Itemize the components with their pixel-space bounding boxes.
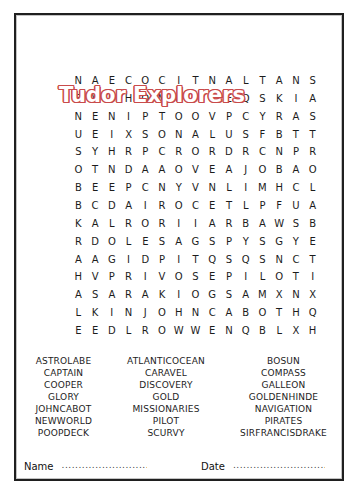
grid-cell-r11c9: Q <box>204 251 221 269</box>
grid-cell-r10c3: O <box>103 233 120 251</box>
grid-cell-r6c14: A <box>288 161 305 179</box>
word-item-johncabot: JOHNCABOT <box>16 403 111 415</box>
grid-cell-r8c9: E <box>204 197 221 215</box>
grid-cell-r9c7: I <box>170 215 187 233</box>
grid-cell-r8c10: T <box>221 197 238 215</box>
grid-cell-r3c8: O <box>187 108 204 126</box>
grid-cell-r4c6: O <box>154 126 171 144</box>
grid-cell-r1c15: S <box>304 72 321 90</box>
grid-cell-r11c3: G <box>103 251 120 269</box>
grid-cell-r11c10: S <box>221 251 238 269</box>
grid-cell-r5c14: P <box>288 143 305 161</box>
grid-cell-r14c10: A <box>221 304 238 322</box>
grid-cell-r15c13: L <box>271 322 288 340</box>
word-list-column-2: ATLANTICOCEANCARAVELDISCOVERYGOLDMISSION… <box>111 355 221 439</box>
grid-cell-r10c6: S <box>154 233 171 251</box>
grid-cell-r14c13: T <box>271 304 288 322</box>
grid-cell-r10c2: D <box>87 233 104 251</box>
grid-cell-r6c13: B <box>271 161 288 179</box>
grid-cell-r11c13: N <box>271 251 288 269</box>
grid-cell-r5c9: R <box>204 143 221 161</box>
grid-cell-r6c7: O <box>170 161 187 179</box>
grid-cell-r6c12: O <box>254 161 271 179</box>
grid-cell-r13c14: N <box>288 286 305 304</box>
grid-cell-r14c8: N <box>187 304 204 322</box>
grid-cell-r14c14: H <box>288 304 305 322</box>
grid-cell-r11c6: P <box>154 251 171 269</box>
grid-cell-r4c13: B <box>271 126 288 144</box>
grid-cell-r15c4: L <box>120 322 137 340</box>
grid-cell-r12c13: O <box>271 269 288 287</box>
grid-cell-r5c6: C <box>154 143 171 161</box>
grid-cell-r14c1: L <box>70 304 87 322</box>
grid-cell-r9c11: B <box>237 215 254 233</box>
grid-cell-r7c5: C <box>137 179 154 197</box>
word-item-pilot: PILOT <box>111 415 221 427</box>
grid-cell-r6c15: O <box>304 161 321 179</box>
grid-cell-r10c10: P <box>221 233 238 251</box>
grid-cell-r12c15: I <box>304 269 321 287</box>
word-item-compass: COMPASS <box>221 367 346 379</box>
grid-cell-r10c14: Y <box>288 233 305 251</box>
grid-cell-r14c4: N <box>120 304 137 322</box>
grid-cell-r7c10: L <box>221 179 238 197</box>
grid-cell-r3c3: N <box>103 108 120 126</box>
grid-cell-r7c1: B <box>70 179 87 197</box>
grid-cell-r3c1: N <box>70 108 87 126</box>
word-list: ASTROLABECAPTAINCOOPERGLORYJOHNCABOTNEWW… <box>16 355 346 439</box>
puzzle-title: Tudor Explorers <box>59 83 245 107</box>
grid-cell-r7c2: E <box>87 179 104 197</box>
grid-cell-r3c12: Y <box>254 108 271 126</box>
grid-cell-r3c15: S <box>304 108 321 126</box>
grid-cell-r12c8: S <box>187 269 204 287</box>
grid-cell-r6c11: J <box>237 161 254 179</box>
grid-cell-r11c8: T <box>187 251 204 269</box>
grid-cell-r4c10: U <box>221 126 238 144</box>
grid-cell-r13c5: A <box>137 286 154 304</box>
word-item-caravel: CARAVEL <box>111 367 221 379</box>
word-item-discovery: DISCOVERY <box>111 379 221 391</box>
grid-cell-r11c11: Q <box>237 251 254 269</box>
grid-cell-r14c9: C <box>204 304 221 322</box>
grid-cell-r15c6: O <box>154 322 171 340</box>
grid-cell-r6c8: V <box>187 161 204 179</box>
grid-cell-r5c12: C <box>254 143 271 161</box>
grid-cell-r4c4: X <box>120 126 137 144</box>
word-item-scurvy: SCURVY <box>111 427 221 439</box>
name-field-group: Name ...................................… <box>24 455 147 474</box>
grid-cell-r6c1: O <box>70 161 87 179</box>
grid-cell-r2c12: S <box>254 90 271 108</box>
grid-cell-r1c14: N <box>288 72 305 90</box>
date-label: Date <box>201 461 225 472</box>
grid-cell-r5c1: S <box>70 143 87 161</box>
grid-cell-r3c9: V <box>204 108 221 126</box>
grid-cell-r10c9: S <box>204 233 221 251</box>
grid-cell-r12c4: R <box>120 269 137 287</box>
grid-cell-r9c9: A <box>204 215 221 233</box>
grid-cell-r4c3: I <box>103 126 120 144</box>
grid-cell-r2c14: I <box>288 90 305 108</box>
word-item-astrolabe: ASTROLABE <box>16 355 111 367</box>
grid-cell-r4c5: S <box>137 126 154 144</box>
grid-cell-r12c6: V <box>154 269 171 287</box>
grid-cell-r6c9: E <box>204 161 221 179</box>
word-search-grid: NAECOCITNALTANSSVDHQMGPKEQSKIANENIPTOOVP… <box>70 72 321 340</box>
grid-cell-r8c2: C <box>87 197 104 215</box>
grid-cell-r4c15: T <box>304 126 321 144</box>
grid-cell-r6c3: N <box>103 161 120 179</box>
grid-cell-r8c5: I <box>137 197 154 215</box>
grid-cell-r12c2: V <box>87 269 104 287</box>
grid-cell-r4c9: L <box>204 126 221 144</box>
word-item-galleon: GALLEON <box>221 379 346 391</box>
grid-cell-r15c10: N <box>221 322 238 340</box>
grid-cell-r3c7: O <box>170 108 187 126</box>
grid-cell-r3c13: R <box>271 108 288 126</box>
grid-cell-r12c7: O <box>170 269 187 287</box>
grid-cell-r7c12: M <box>254 179 271 197</box>
grid-cell-r10c13: G <box>271 233 288 251</box>
grid-cell-r14c2: K <box>87 304 104 322</box>
grid-cell-r3c4: I <box>120 108 137 126</box>
worksheet-page: Tudor Explorers NAECOCITNALTANSSVDHQMGPK… <box>14 13 344 481</box>
word-item-captain: CAPTAIN <box>16 367 111 379</box>
grid-cell-r5c5: P <box>137 143 154 161</box>
grid-cell-r13c10: S <box>221 286 238 304</box>
grid-cell-r15c11: Q <box>237 322 254 340</box>
grid-cell-r10c5: E <box>137 233 154 251</box>
grid-cell-r7c3: E <box>103 179 120 197</box>
grid-cell-r12c12: L <box>254 269 271 287</box>
grid-cell-r9c12: A <box>254 215 271 233</box>
grid-cell-r15c7: W <box>170 322 187 340</box>
grid-cell-r15c2: E <box>87 322 104 340</box>
grid-cell-r14c5: J <box>137 304 154 322</box>
grid-cell-r13c3: A <box>103 286 120 304</box>
grid-cell-r3c2: E <box>87 108 104 126</box>
word-item-missionaries: MISSIONARIES <box>111 403 221 415</box>
word-item-poopdeck: POOPDECK <box>16 427 111 439</box>
grid-cell-r15c5: R <box>137 322 154 340</box>
grid-cell-r9c15: B <box>304 215 321 233</box>
grid-cell-r12c5: I <box>137 269 154 287</box>
grid-cell-r15c14: X <box>288 322 305 340</box>
grid-cell-r11c12: S <box>254 251 271 269</box>
grid-cell-r5c13: N <box>271 143 288 161</box>
grid-cell-r7c6: N <box>154 179 171 197</box>
word-item-newworld: NEWWORLD <box>16 415 111 427</box>
grid-cell-r14c7: H <box>170 304 187 322</box>
grid-cell-r4c14: T <box>288 126 305 144</box>
grid-cell-r8c6: R <box>154 197 171 215</box>
word-item-glory: GLORY <box>16 391 111 403</box>
grid-cell-r10c7: A <box>170 233 187 251</box>
grid-cell-r9c3: L <box>103 215 120 233</box>
grid-cell-r7c9: N <box>204 179 221 197</box>
grid-cell-r2c15: A <box>304 90 321 108</box>
grid-cell-r7c11: I <box>237 179 254 197</box>
grid-cell-r15c8: W <box>187 322 204 340</box>
grid-cell-r10c4: L <box>120 233 137 251</box>
grid-cell-r9c10: R <box>221 215 238 233</box>
date-write-line: ........................................… <box>233 460 325 470</box>
grid-cell-r6c5: A <box>137 161 154 179</box>
grid-cell-r11c5: D <box>137 251 154 269</box>
grid-cell-r5c4: R <box>120 143 137 161</box>
grid-cell-r8c3: D <box>103 197 120 215</box>
grid-cell-r10c11: Y <box>237 233 254 251</box>
word-item-atlanticocean: ATLANTICOCEAN <box>111 355 221 367</box>
grid-cell-r4c12: F <box>254 126 271 144</box>
word-item-cooper: COOPER <box>16 379 111 391</box>
grid-cell-r13c12: M <box>254 286 271 304</box>
grid-cell-r7c14: C <box>288 179 305 197</box>
word-list-column-1: ASTROLABECAPTAINCOOPERGLORYJOHNCABOTNEWW… <box>16 355 111 439</box>
grid-cell-r9c6: R <box>154 215 171 233</box>
grid-cell-r11c15: T <box>304 251 321 269</box>
grid-cell-r14c3: I <box>103 304 120 322</box>
grid-cell-r5c2: Y <box>87 143 104 161</box>
grid-cell-r10c12: S <box>254 233 271 251</box>
grid-cell-r12c1: H <box>70 269 87 287</box>
grid-cell-r7c15: L <box>304 179 321 197</box>
grid-cell-r14c11: B <box>237 304 254 322</box>
grid-cell-r9c2: A <box>87 215 104 233</box>
grid-cell-r12c3: P <box>103 269 120 287</box>
grid-cell-r7c8: V <box>187 179 204 197</box>
word-item-sirfrancisdrake: SIRFRANCISDRAKE <box>221 427 346 439</box>
date-field-group: Date ...................................… <box>201 455 325 474</box>
word-item-bosun: BOSUN <box>221 355 346 367</box>
grid-cell-r9c14: S <box>288 215 305 233</box>
grid-cell-r3c6: T <box>154 108 171 126</box>
grid-cell-r8c8: C <box>187 197 204 215</box>
grid-cell-r7c13: H <box>271 179 288 197</box>
grid-cell-r13c15: X <box>304 286 321 304</box>
grid-cell-r8c11: L <box>237 197 254 215</box>
grid-cell-r11c7: I <box>170 251 187 269</box>
grid-cell-r9c1: K <box>70 215 87 233</box>
grid-cell-r4c8: A <box>187 126 204 144</box>
grid-cell-r13c2: S <box>87 286 104 304</box>
grid-cell-r10c15: E <box>304 233 321 251</box>
grid-cell-r8c12: P <box>254 197 271 215</box>
grid-cell-r9c4: R <box>120 215 137 233</box>
grid-cell-r12c10: P <box>221 269 238 287</box>
grid-cell-r2c13: K <box>271 90 288 108</box>
word-list-column-3: BOSUNCOMPASSGALLEONGOLDENHINDENAVIGATION… <box>221 355 346 439</box>
grid-cell-r3c10: P <box>221 108 238 126</box>
grid-cell-r8c13: F <box>271 197 288 215</box>
grid-cell-r13c8: O <box>187 286 204 304</box>
grid-cell-r15c12: B <box>254 322 271 340</box>
grid-cell-r12c9: E <box>204 269 221 287</box>
grid-cell-r12c11: I <box>237 269 254 287</box>
grid-cell-r4c1: U <box>70 126 87 144</box>
grid-cell-r11c2: A <box>87 251 104 269</box>
grid-cell-r9c5: O <box>137 215 154 233</box>
grid-cell-r11c4: I <box>120 251 137 269</box>
grid-cell-r10c8: G <box>187 233 204 251</box>
grid-cell-r7c4: P <box>120 179 137 197</box>
grid-cell-r9c8: I <box>187 215 204 233</box>
grid-cell-r13c7: I <box>170 286 187 304</box>
grid-cell-r15c15: H <box>304 322 321 340</box>
grid-cell-r5c3: H <box>103 143 120 161</box>
grid-cell-r8c1: B <box>70 197 87 215</box>
grid-cell-r5c8: O <box>187 143 204 161</box>
grid-cell-r13c6: K <box>154 286 171 304</box>
grid-cell-r6c4: D <box>120 161 137 179</box>
grid-cell-r6c2: T <box>87 161 104 179</box>
grid-cell-r13c1: A <box>70 286 87 304</box>
grid-cell-r6c10: A <box>221 161 238 179</box>
grid-cell-r8c7: O <box>170 197 187 215</box>
word-item-gold: GOLD <box>111 391 221 403</box>
grid-cell-r9c13: W <box>271 215 288 233</box>
grid-cell-r14c15: Q <box>304 304 321 322</box>
name-write-line: ........................................… <box>62 460 147 470</box>
grid-cell-r8c14: U <box>288 197 305 215</box>
grid-cell-r3c11: C <box>237 108 254 126</box>
word-item-goldenhinde: GOLDENHINDE <box>221 391 346 403</box>
word-item-pirates: PIRATES <box>221 415 346 427</box>
word-item-navigation: NAVIGATION <box>221 403 346 415</box>
grid-cell-r15c1: E <box>70 322 87 340</box>
grid-cell-r5c11: R <box>237 143 254 161</box>
grid-cell-r14c6: O <box>154 304 171 322</box>
grid-cell-r14c12: O <box>254 304 271 322</box>
grid-cell-r15c9: E <box>204 322 221 340</box>
grid-cell-r5c10: D <box>221 143 238 161</box>
grid-cell-r13c11: A <box>237 286 254 304</box>
name-label: Name <box>24 461 54 472</box>
grid-cell-r4c7: N <box>170 126 187 144</box>
grid-cell-r13c9: G <box>204 286 221 304</box>
grid-cell-r1c12: T <box>254 72 271 90</box>
grid-cell-r10c1: R <box>70 233 87 251</box>
grid-cell-r12c14: T <box>288 269 305 287</box>
grid-cell-r15c3: D <box>103 322 120 340</box>
grid-cell-r6c6: A <box>154 161 171 179</box>
footer: Name ...................................… <box>16 455 346 475</box>
grid-cell-r3c14: A <box>288 108 305 126</box>
grid-cell-r13c4: R <box>120 286 137 304</box>
grid-cell-r3c5: P <box>137 108 154 126</box>
grid-cell-r11c14: C <box>288 251 305 269</box>
grid-cell-r4c11: S <box>237 126 254 144</box>
grid-cell-r13c13: X <box>271 286 288 304</box>
grid-cell-r5c7: R <box>170 143 187 161</box>
grid-cell-r8c4: A <box>120 197 137 215</box>
grid-cell-r5c15: R <box>304 143 321 161</box>
grid-cell-r8c15: A <box>304 197 321 215</box>
grid-cell-r11c1: A <box>70 251 87 269</box>
grid-cell-r4c2: E <box>87 126 104 144</box>
grid-cell-r7c7: Y <box>170 179 187 197</box>
grid-cell-r1c13: A <box>271 72 288 90</box>
